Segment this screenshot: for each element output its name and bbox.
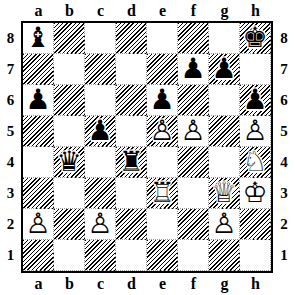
rank-label-1: 1 xyxy=(280,240,288,271)
square-d7[interactable] xyxy=(116,54,147,85)
square-h2[interactable] xyxy=(240,209,271,240)
square-e3[interactable]: ♜♖ xyxy=(147,178,178,209)
file-label-f: f xyxy=(178,276,209,292)
square-a7[interactable] xyxy=(23,54,54,85)
file-label-b: b xyxy=(54,3,85,19)
square-b3[interactable] xyxy=(54,178,85,209)
file-label-c: c xyxy=(85,276,116,292)
piece-white-knight[interactable]: ♘ xyxy=(240,147,270,177)
file-label-d: d xyxy=(116,3,147,19)
file-label-a: a xyxy=(23,3,54,19)
square-a8[interactable]: ♝♝ xyxy=(23,23,54,54)
square-c2[interactable]: ♟♙ xyxy=(85,209,116,240)
piece-black-pawn[interactable]: ♟ xyxy=(23,85,53,115)
square-g2[interactable]: ♟♙ xyxy=(209,209,240,240)
square-h8[interactable]: ♚♚ xyxy=(240,23,271,54)
square-e4[interactable] xyxy=(147,147,178,178)
square-f2[interactable] xyxy=(178,209,209,240)
piece-white-pawn[interactable]: ♙ xyxy=(23,209,53,239)
square-c3[interactable] xyxy=(85,178,116,209)
square-c8[interactable] xyxy=(85,23,116,54)
file-label-b: b xyxy=(54,276,85,292)
square-h4[interactable]: ♞♘ xyxy=(240,147,271,178)
square-a6[interactable]: ♟♟ xyxy=(23,85,54,116)
square-g7[interactable]: ♟♟ xyxy=(209,54,240,85)
square-e2[interactable] xyxy=(147,209,178,240)
square-h5[interactable]: ♟♙ xyxy=(240,116,271,147)
corner-top-right xyxy=(273,0,295,21)
square-b5[interactable] xyxy=(54,116,85,147)
square-g6[interactable] xyxy=(209,85,240,116)
file-labels-top: abcdefgh xyxy=(21,0,273,21)
piece-black-bishop[interactable]: ♝ xyxy=(23,23,53,53)
rank-label-8: 8 xyxy=(7,23,15,54)
file-label-e: e xyxy=(147,276,178,292)
piece-black-pawn[interactable]: ♟ xyxy=(240,85,270,115)
file-label-g: g xyxy=(209,3,240,19)
chess-diagram: abcdefgh 87654321 ♝♝♚♚♟♟♟♟♟♟♟♟♟♟♟♟♟♙♟♙♟♙… xyxy=(0,0,295,295)
corner-bottom-right xyxy=(273,273,295,295)
square-f8[interactable] xyxy=(178,23,209,54)
rank-label-7: 7 xyxy=(280,54,288,85)
rank-label-2: 2 xyxy=(280,209,288,240)
square-e1[interactable] xyxy=(147,240,178,271)
file-label-a: a xyxy=(23,276,54,292)
square-e8[interactable] xyxy=(147,23,178,54)
chess-board: ♝♝♚♚♟♟♟♟♟♟♟♟♟♟♟♟♟♙♟♙♟♙♛♛♜♜♞♘♜♖♛♕♚♔♟♙♟♙♟♙ xyxy=(21,21,273,273)
square-f5[interactable]: ♟♙ xyxy=(178,116,209,147)
piece-white-pawn[interactable]: ♙ xyxy=(209,209,239,239)
square-a1[interactable] xyxy=(23,240,54,271)
piece-black-pawn[interactable]: ♟ xyxy=(85,116,115,146)
file-label-f: f xyxy=(178,3,209,19)
square-f1[interactable] xyxy=(178,240,209,271)
rank-label-8: 8 xyxy=(280,23,288,54)
piece-white-king[interactable]: ♔ xyxy=(240,178,270,208)
square-d8[interactable] xyxy=(116,23,147,54)
piece-black-pawn[interactable]: ♟ xyxy=(147,85,177,115)
corner-top-left xyxy=(0,0,21,21)
square-c5[interactable]: ♟♟ xyxy=(85,116,116,147)
square-h3[interactable]: ♚♔ xyxy=(240,178,271,209)
square-b4[interactable]: ♛♛ xyxy=(54,147,85,178)
square-d6[interactable] xyxy=(116,85,147,116)
rank-labels-left: 87654321 xyxy=(0,21,21,273)
square-a4[interactable] xyxy=(23,147,54,178)
square-g4[interactable] xyxy=(209,147,240,178)
square-g8[interactable] xyxy=(209,23,240,54)
square-c4[interactable] xyxy=(85,147,116,178)
file-label-c: c xyxy=(85,3,116,19)
square-d1[interactable] xyxy=(116,240,147,271)
piece-white-rook[interactable]: ♖ xyxy=(147,178,177,208)
square-c1[interactable] xyxy=(85,240,116,271)
square-a5[interactable] xyxy=(23,116,54,147)
rank-label-7: 7 xyxy=(7,54,15,85)
file-label-h: h xyxy=(240,276,271,292)
piece-white-pawn[interactable]: ♙ xyxy=(178,116,208,146)
rank-label-4: 4 xyxy=(7,147,15,178)
file-label-e: e xyxy=(147,3,178,19)
piece-black-pawn[interactable]: ♟ xyxy=(209,54,239,84)
rank-labels-right: 87654321 xyxy=(273,21,295,273)
piece-white-pawn[interactable]: ♙ xyxy=(85,209,115,239)
square-a2[interactable]: ♟♙ xyxy=(23,209,54,240)
square-f7[interactable]: ♟♟ xyxy=(178,54,209,85)
square-h7[interactable] xyxy=(240,54,271,85)
piece-black-pawn[interactable]: ♟ xyxy=(178,54,208,84)
square-g5[interactable] xyxy=(209,116,240,147)
square-c7[interactable] xyxy=(85,54,116,85)
rank-label-4: 4 xyxy=(280,147,288,178)
piece-black-rook[interactable]: ♜ xyxy=(116,147,146,177)
square-d2[interactable] xyxy=(116,209,147,240)
file-label-g: g xyxy=(209,276,240,292)
square-d3[interactable] xyxy=(116,178,147,209)
square-a3[interactable] xyxy=(23,178,54,209)
file-labels-bottom: abcdefgh xyxy=(21,273,273,295)
piece-white-queen[interactable]: ♕ xyxy=(209,178,239,208)
square-f4[interactable] xyxy=(178,147,209,178)
square-h1[interactable] xyxy=(240,240,271,271)
file-label-d: d xyxy=(116,276,147,292)
piece-white-pawn[interactable]: ♙ xyxy=(147,116,177,146)
rank-label-2: 2 xyxy=(7,209,15,240)
square-b2[interactable] xyxy=(54,209,85,240)
square-d5[interactable] xyxy=(116,116,147,147)
square-b6[interactable] xyxy=(54,85,85,116)
square-c6[interactable] xyxy=(85,85,116,116)
rank-label-3: 3 xyxy=(7,178,15,209)
piece-black-queen[interactable]: ♛ xyxy=(54,147,84,177)
square-f6[interactable] xyxy=(178,85,209,116)
square-e5[interactable]: ♟♙ xyxy=(147,116,178,147)
rank-label-6: 6 xyxy=(280,85,288,116)
square-f3[interactable] xyxy=(178,178,209,209)
rank-label-5: 5 xyxy=(7,116,15,147)
square-b1[interactable] xyxy=(54,240,85,271)
square-g1[interactable] xyxy=(209,240,240,271)
piece-black-king[interactable]: ♚ xyxy=(240,23,270,53)
square-e6[interactable]: ♟♟ xyxy=(147,85,178,116)
square-b8[interactable] xyxy=(54,23,85,54)
square-e7[interactable] xyxy=(147,54,178,85)
file-label-h: h xyxy=(240,3,271,19)
rank-label-6: 6 xyxy=(7,85,15,116)
rank-label-1: 1 xyxy=(7,240,15,271)
square-h6[interactable]: ♟♟ xyxy=(240,85,271,116)
corner-bottom-left xyxy=(0,273,21,295)
rank-label-3: 3 xyxy=(280,178,288,209)
piece-white-pawn[interactable]: ♙ xyxy=(240,116,270,146)
rank-label-5: 5 xyxy=(280,116,288,147)
square-g3[interactable]: ♛♕ xyxy=(209,178,240,209)
square-b7[interactable] xyxy=(54,54,85,85)
square-d4[interactable]: ♜♜ xyxy=(116,147,147,178)
